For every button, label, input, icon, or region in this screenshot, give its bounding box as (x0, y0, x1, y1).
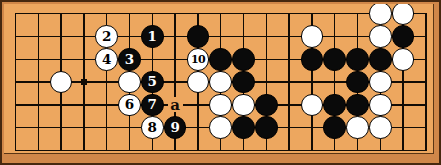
stone-white (369, 94, 392, 117)
stone-white (369, 4, 392, 25)
stone-white (301, 25, 324, 48)
stone-move-8-white: 8 (141, 116, 164, 139)
stone-black (369, 48, 392, 71)
go-diagram-frame: 21431056789a (0, 0, 441, 165)
stone-move-3-black: 3 (118, 48, 141, 71)
go-board: 21431056789a (4, 4, 434, 154)
stone-black (232, 48, 255, 71)
stone-move-2-white: 2 (95, 25, 118, 48)
stone-black (301, 48, 324, 71)
stone-white (187, 71, 210, 94)
stone-black (232, 116, 255, 139)
move-number: 6 (125, 98, 134, 112)
move-number: 2 (102, 29, 111, 43)
stone-white (209, 71, 232, 94)
move-number: 9 (170, 120, 179, 134)
stone-white (346, 116, 369, 139)
stone-black (323, 94, 346, 117)
hoshi-star-point (81, 79, 87, 85)
stone-black (323, 48, 346, 71)
stone-white (392, 48, 415, 71)
stone-white (209, 94, 232, 117)
stone-black (209, 48, 232, 71)
move-number: 1 (148, 29, 157, 43)
stone-white (369, 25, 392, 48)
stone-black (255, 94, 278, 117)
move-number: 5 (148, 75, 157, 89)
grid-horizontal-line (15, 36, 427, 38)
stone-move-6-white: 6 (118, 94, 141, 117)
stone-white (392, 4, 415, 25)
stone-move-9-black: 9 (164, 116, 187, 139)
move-number: 7 (148, 98, 157, 112)
stone-move-4-white: 4 (95, 48, 118, 71)
move-number: 8 (148, 120, 157, 134)
stone-black (346, 94, 369, 117)
stone-white (369, 116, 392, 139)
label-a: a (168, 97, 183, 112)
stone-black (392, 25, 415, 48)
stone-black (346, 48, 369, 71)
grid-horizontal-line (15, 150, 427, 152)
stone-white (369, 71, 392, 94)
stone-white (50, 71, 73, 94)
stone-move-10-white: 10 (187, 48, 210, 71)
stone-move-7-black: 7 (141, 94, 164, 117)
move-number: 10 (191, 53, 205, 64)
stone-black (346, 71, 369, 94)
stone-move-5-black: 5 (141, 71, 164, 94)
grid-horizontal-line (15, 13, 427, 15)
stone-black (323, 116, 346, 139)
move-number: 4 (102, 52, 111, 66)
stone-black (232, 71, 255, 94)
stone-move-1-black: 1 (141, 25, 164, 48)
stone-black (187, 25, 210, 48)
stone-white (232, 94, 255, 117)
stone-white (118, 71, 141, 94)
stone-white (301, 94, 324, 117)
stone-black (255, 116, 278, 139)
move-number: 3 (125, 52, 134, 66)
stone-white (209, 116, 232, 139)
